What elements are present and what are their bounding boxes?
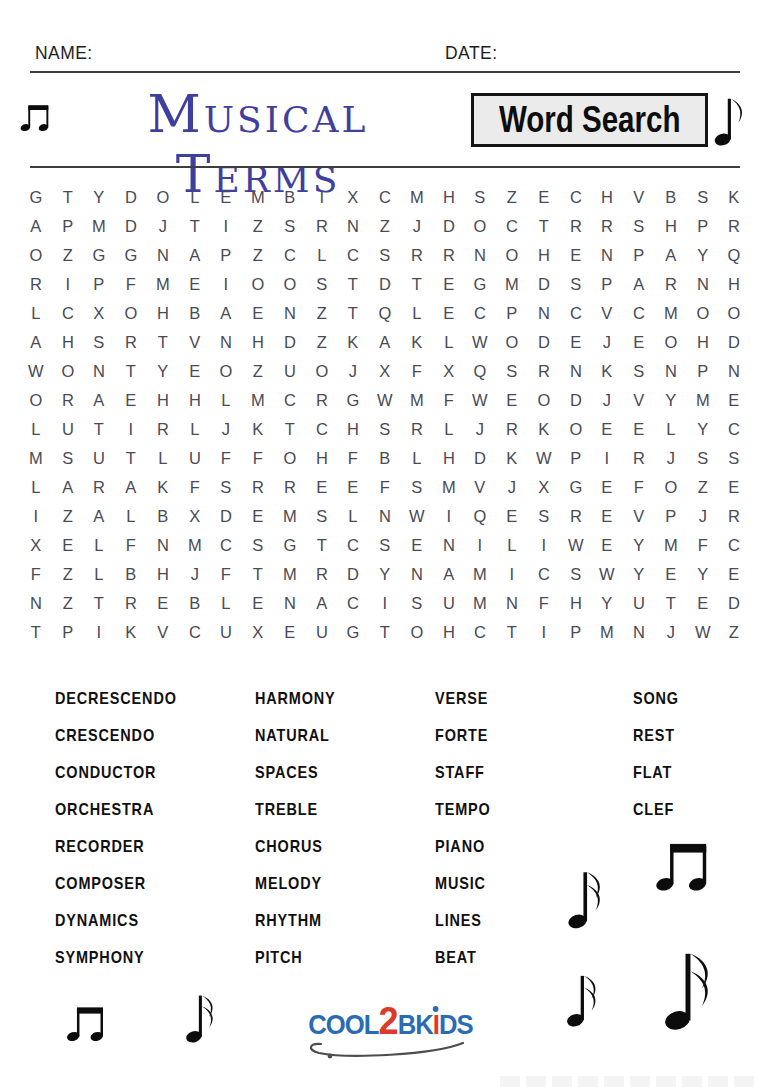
grid-cell-r5c21[interactable]: M: [655, 299, 686, 328]
grid-cell-r7c15[interactable]: Q: [465, 357, 496, 386]
grid-cell-r12c21[interactable]: P: [655, 503, 686, 532]
grid-cell-r5c3[interactable]: X: [84, 299, 115, 328]
grid-cell-r16c3[interactable]: I: [84, 619, 115, 648]
grid-cell-r8c18[interactable]: D: [560, 386, 591, 415]
grid-cell-r10c14[interactable]: H: [433, 445, 464, 474]
grid-cell-r7c11[interactable]: J: [338, 357, 369, 386]
grid-cell-r7c7[interactable]: O: [211, 357, 242, 386]
grid-cell-r4c10[interactable]: S: [306, 270, 337, 299]
grid-cell-r8c2[interactable]: R: [52, 386, 83, 415]
grid-cell-r9c18[interactable]: O: [560, 416, 591, 445]
grid-cell-r6c12[interactable]: A: [370, 328, 401, 357]
grid-cell-r12c14[interactable]: I: [433, 503, 464, 532]
grid-cell-r8c14[interactable]: F: [433, 386, 464, 415]
grid-cell-r3c18[interactable]: E: [560, 241, 591, 270]
grid-cell-r2c11[interactable]: N: [338, 212, 369, 241]
grid-cell-r14c9[interactable]: M: [274, 561, 305, 590]
grid-cell-r5c13[interactable]: L: [401, 299, 432, 328]
grid-cell-r5c5[interactable]: H: [147, 299, 178, 328]
grid-cell-r3c2[interactable]: Z: [52, 241, 83, 270]
grid-cell-r7c10[interactable]: O: [306, 357, 337, 386]
grid-cell-r6c2[interactable]: H: [52, 328, 83, 357]
grid-cell-r3c21[interactable]: A: [655, 241, 686, 270]
grid-cell-r3c20[interactable]: P: [624, 241, 655, 270]
grid-cell-r16c20[interactable]: N: [624, 619, 655, 648]
grid-cell-r4c2[interactable]: I: [52, 270, 83, 299]
grid-cell-r13c12[interactable]: S: [370, 532, 401, 561]
grid-cell-r16c8[interactable]: X: [243, 619, 274, 648]
grid-cell-r12c15[interactable]: Q: [465, 503, 496, 532]
grid-cell-r14c5[interactable]: H: [147, 561, 178, 590]
grid-cell-r13c19[interactable]: E: [592, 532, 623, 561]
grid-cell-r2c13[interactable]: J: [401, 212, 432, 241]
grid-cell-r6c15[interactable]: W: [465, 328, 496, 357]
grid-cell-r11c18[interactable]: G: [560, 474, 591, 503]
grid-cell-r9c11[interactable]: H: [338, 416, 369, 445]
grid-cell-r9c14[interactable]: L: [433, 416, 464, 445]
grid-cell-r11c1[interactable]: L: [20, 474, 51, 503]
grid-cell-r11c17[interactable]: X: [528, 474, 559, 503]
grid-cell-r12c1[interactable]: I: [20, 503, 51, 532]
grid-cell-r15c23[interactable]: D: [719, 590, 750, 619]
grid-cell-r14c23[interactable]: E: [719, 561, 750, 590]
grid-cell-r4c14[interactable]: E: [433, 270, 464, 299]
grid-cell-r16c17[interactable]: I: [528, 619, 559, 648]
grid-cell-r16c2[interactable]: P: [52, 619, 83, 648]
grid-cell-r13c5[interactable]: N: [147, 532, 178, 561]
grid-cell-r15c7[interactable]: L: [211, 590, 242, 619]
grid-cell-r9c23[interactable]: C: [719, 416, 750, 445]
grid-cell-r6c19[interactable]: J: [592, 328, 623, 357]
grid-cell-r16c22[interactable]: W: [687, 619, 718, 648]
grid-cell-r2c16[interactable]: C: [497, 212, 528, 241]
grid-cell-r14c11[interactable]: D: [338, 561, 369, 590]
grid-cell-r11c6[interactable]: F: [179, 474, 210, 503]
grid-cell-r2c4[interactable]: D: [116, 212, 147, 241]
grid-cell-r2c3[interactable]: M: [84, 212, 115, 241]
grid-cell-r5c8[interactable]: E: [243, 299, 274, 328]
grid-cell-r12c13[interactable]: W: [401, 503, 432, 532]
grid-cell-r7c8[interactable]: Z: [243, 357, 274, 386]
grid-cell-r6c11[interactable]: K: [338, 328, 369, 357]
grid-cell-r10c17[interactable]: W: [528, 445, 559, 474]
grid-cell-r6c22[interactable]: H: [687, 328, 718, 357]
grid-cell-r7c21[interactable]: N: [655, 357, 686, 386]
grid-cell-r12c11[interactable]: L: [338, 503, 369, 532]
grid-cell-r15c4[interactable]: R: [116, 590, 147, 619]
grid-cell-r16c15[interactable]: C: [465, 619, 496, 648]
grid-cell-r1c16[interactable]: Z: [497, 183, 528, 212]
grid-cell-r8c23[interactable]: E: [719, 386, 750, 415]
grid-cell-r8c22[interactable]: M: [687, 386, 718, 415]
grid-cell-r9c22[interactable]: Y: [687, 416, 718, 445]
grid-cell-r10c23[interactable]: S: [719, 445, 750, 474]
grid-cell-r3c6[interactable]: A: [179, 241, 210, 270]
grid-cell-r1c7[interactable]: E: [211, 183, 242, 212]
grid-cell-r14c18[interactable]: S: [560, 561, 591, 590]
grid-cell-r13c13[interactable]: E: [401, 532, 432, 561]
grid-cell-r10c16[interactable]: K: [497, 445, 528, 474]
grid-cell-r13c18[interactable]: W: [560, 532, 591, 561]
grid-cell-r8c3[interactable]: A: [84, 386, 115, 415]
grid-cell-r5c11[interactable]: T: [338, 299, 369, 328]
grid-cell-r9c4[interactable]: I: [116, 416, 147, 445]
grid-cell-r1c3[interactable]: Y: [84, 183, 115, 212]
grid-cell-r12c3[interactable]: A: [84, 503, 115, 532]
grid-cell-r7c14[interactable]: X: [433, 357, 464, 386]
grid-cell-r4c23[interactable]: H: [719, 270, 750, 299]
grid-cell-r2c6[interactable]: T: [179, 212, 210, 241]
grid-cell-r8c19[interactable]: J: [592, 386, 623, 415]
grid-cell-r6c16[interactable]: O: [497, 328, 528, 357]
grid-cell-r4c16[interactable]: M: [497, 270, 528, 299]
grid-cell-r2c7[interactable]: I: [211, 212, 242, 241]
grid-cell-r1c13[interactable]: M: [401, 183, 432, 212]
grid-cell-r6c7[interactable]: N: [211, 328, 242, 357]
grid-cell-r7c16[interactable]: S: [497, 357, 528, 386]
grid-cell-r7c2[interactable]: O: [52, 357, 83, 386]
grid-cell-r3c1[interactable]: O: [20, 241, 51, 270]
grid-cell-r3c7[interactable]: P: [211, 241, 242, 270]
grid-cell-r10c12[interactable]: B: [370, 445, 401, 474]
grid-cell-r5c20[interactable]: C: [624, 299, 655, 328]
grid-cell-r6c17[interactable]: D: [528, 328, 559, 357]
grid-cell-r13c11[interactable]: C: [338, 532, 369, 561]
grid-cell-r6c23[interactable]: D: [719, 328, 750, 357]
grid-cell-r7c22[interactable]: P: [687, 357, 718, 386]
grid-cell-r14c19[interactable]: W: [592, 561, 623, 590]
grid-cell-r2c9[interactable]: S: [274, 212, 305, 241]
grid-cell-r8c5[interactable]: H: [147, 386, 178, 415]
grid-cell-r16c7[interactable]: U: [211, 619, 242, 648]
grid-cell-r12c22[interactable]: J: [687, 503, 718, 532]
grid-cell-r4c13[interactable]: T: [401, 270, 432, 299]
grid-cell-r6c14[interactable]: L: [433, 328, 464, 357]
grid-cell-r4c7[interactable]: I: [211, 270, 242, 299]
grid-cell-r11c19[interactable]: E: [592, 474, 623, 503]
grid-cell-r7c9[interactable]: U: [274, 357, 305, 386]
grid-cell-r9c6[interactable]: L: [179, 416, 210, 445]
grid-cell-r16c13[interactable]: O: [401, 619, 432, 648]
grid-cell-r3c8[interactable]: Z: [243, 241, 274, 270]
grid-cell-r15c12[interactable]: I: [370, 590, 401, 619]
grid-cell-r3c19[interactable]: N: [592, 241, 623, 270]
grid-cell-r10c11[interactable]: F: [338, 445, 369, 474]
grid-cell-r9c10[interactable]: C: [306, 416, 337, 445]
grid-cell-r4c20[interactable]: A: [624, 270, 655, 299]
grid-cell-r10c20[interactable]: R: [624, 445, 655, 474]
grid-cell-r7c4[interactable]: T: [116, 357, 147, 386]
grid-cell-r3c17[interactable]: H: [528, 241, 559, 270]
grid-cell-r4c5[interactable]: M: [147, 270, 178, 299]
grid-cell-r12c16[interactable]: E: [497, 503, 528, 532]
grid-cell-r6c5[interactable]: T: [147, 328, 178, 357]
grid-cell-r6c10[interactable]: Z: [306, 328, 337, 357]
grid-cell-r12c6[interactable]: X: [179, 503, 210, 532]
grid-cell-r10c22[interactable]: S: [687, 445, 718, 474]
grid-cell-r11c3[interactable]: R: [84, 474, 115, 503]
grid-cell-r1c15[interactable]: S: [465, 183, 496, 212]
grid-cell-r4c8[interactable]: O: [243, 270, 274, 299]
grid-cell-r11c2[interactable]: A: [52, 474, 83, 503]
grid-cell-r3c15[interactable]: N: [465, 241, 496, 270]
grid-cell-r9c9[interactable]: T: [274, 416, 305, 445]
grid-cell-r1c2[interactable]: T: [52, 183, 83, 212]
grid-cell-r2c14[interactable]: D: [433, 212, 464, 241]
grid-cell-r8c12[interactable]: W: [370, 386, 401, 415]
grid-cell-r14c12[interactable]: Y: [370, 561, 401, 590]
grid-cell-r14c14[interactable]: A: [433, 561, 464, 590]
grid-cell-r5c2[interactable]: C: [52, 299, 83, 328]
grid-cell-r6c1[interactable]: A: [20, 328, 51, 357]
grid-cell-r4c6[interactable]: E: [179, 270, 210, 299]
grid-cell-r11c13[interactable]: S: [401, 474, 432, 503]
grid-cell-r7c6[interactable]: E: [179, 357, 210, 386]
grid-cell-r11c23[interactable]: E: [719, 474, 750, 503]
grid-cell-r16c19[interactable]: M: [592, 619, 623, 648]
grid-cell-r16c21[interactable]: J: [655, 619, 686, 648]
grid-cell-r16c4[interactable]: K: [116, 619, 147, 648]
grid-cell-r7c3[interactable]: N: [84, 357, 115, 386]
grid-cell-r16c14[interactable]: H: [433, 619, 464, 648]
grid-cell-r10c13[interactable]: L: [401, 445, 432, 474]
grid-cell-r4c15[interactable]: G: [465, 270, 496, 299]
grid-cell-r1c19[interactable]: H: [592, 183, 623, 212]
grid-cell-r16c16[interactable]: T: [497, 619, 528, 648]
grid-cell-r4c3[interactable]: P: [84, 270, 115, 299]
grid-cell-r15c21[interactable]: T: [655, 590, 686, 619]
grid-cell-r1c4[interactable]: D: [116, 183, 147, 212]
grid-cell-r12c19[interactable]: E: [592, 503, 623, 532]
grid-cell-r15c2[interactable]: Z: [52, 590, 83, 619]
grid-cell-r16c18[interactable]: P: [560, 619, 591, 648]
grid-cell-r12c10[interactable]: S: [306, 503, 337, 532]
grid-cell-r13c1[interactable]: X: [20, 532, 51, 561]
grid-cell-r13c10[interactable]: T: [306, 532, 337, 561]
grid-cell-r13c2[interactable]: E: [52, 532, 83, 561]
grid-cell-r2c5[interactable]: J: [147, 212, 178, 241]
grid-cell-r9c13[interactable]: R: [401, 416, 432, 445]
grid-cell-r1c14[interactable]: H: [433, 183, 464, 212]
grid-cell-r12c23[interactable]: R: [719, 503, 750, 532]
grid-cell-r3c22[interactable]: Y: [687, 241, 718, 270]
grid-cell-r1c23[interactable]: K: [719, 183, 750, 212]
grid-cell-r13c23[interactable]: C: [719, 532, 750, 561]
grid-cell-r2c15[interactable]: O: [465, 212, 496, 241]
grid-cell-r10c21[interactable]: J: [655, 445, 686, 474]
grid-cell-r4c21[interactable]: R: [655, 270, 686, 299]
grid-cell-r14c8[interactable]: T: [243, 561, 274, 590]
grid-cell-r4c18[interactable]: S: [560, 270, 591, 299]
grid-cell-r12c9[interactable]: M: [274, 503, 305, 532]
grid-cell-r1c18[interactable]: C: [560, 183, 591, 212]
grid-cell-r6c21[interactable]: O: [655, 328, 686, 357]
grid-cell-r3c14[interactable]: R: [433, 241, 464, 270]
grid-cell-r11c8[interactable]: R: [243, 474, 274, 503]
grid-cell-r7c20[interactable]: S: [624, 357, 655, 386]
grid-cell-r1c21[interactable]: B: [655, 183, 686, 212]
grid-cell-r16c12[interactable]: T: [370, 619, 401, 648]
grid-cell-r1c9[interactable]: B: [274, 183, 305, 212]
grid-cell-r15c17[interactable]: F: [528, 590, 559, 619]
grid-cell-r16c23[interactable]: Z: [719, 619, 750, 648]
grid-cell-r10c19[interactable]: I: [592, 445, 623, 474]
grid-cell-r9c1[interactable]: L: [20, 416, 51, 445]
grid-cell-r8c9[interactable]: C: [274, 386, 305, 415]
grid-cell-r16c1[interactable]: T: [20, 619, 51, 648]
grid-cell-r9c8[interactable]: K: [243, 416, 274, 445]
grid-cell-r10c3[interactable]: U: [84, 445, 115, 474]
grid-cell-r2c19[interactable]: R: [592, 212, 623, 241]
grid-cell-r4c22[interactable]: N: [687, 270, 718, 299]
grid-cell-r12c20[interactable]: V: [624, 503, 655, 532]
grid-cell-r15c5[interactable]: E: [147, 590, 178, 619]
grid-cell-r11c15[interactable]: V: [465, 474, 496, 503]
grid-cell-r15c14[interactable]: U: [433, 590, 464, 619]
grid-cell-r15c8[interactable]: E: [243, 590, 274, 619]
grid-cell-r15c16[interactable]: N: [497, 590, 528, 619]
grid-cell-r10c6[interactable]: U: [179, 445, 210, 474]
grid-cell-r6c4[interactable]: R: [116, 328, 147, 357]
grid-cell-r14c10[interactable]: R: [306, 561, 337, 590]
grid-cell-r15c10[interactable]: A: [306, 590, 337, 619]
grid-cell-r13c20[interactable]: Y: [624, 532, 655, 561]
grid-cell-r15c19[interactable]: Y: [592, 590, 623, 619]
grid-cell-r7c13[interactable]: F: [401, 357, 432, 386]
grid-cell-r9c17[interactable]: K: [528, 416, 559, 445]
grid-cell-r8c1[interactable]: O: [20, 386, 51, 415]
grid-cell-r6c9[interactable]: D: [274, 328, 305, 357]
grid-cell-r13c16[interactable]: L: [497, 532, 528, 561]
grid-cell-r2c2[interactable]: P: [52, 212, 83, 241]
grid-cell-r6c8[interactable]: H: [243, 328, 274, 357]
grid-cell-r13c6[interactable]: M: [179, 532, 210, 561]
grid-cell-r8c15[interactable]: W: [465, 386, 496, 415]
grid-cell-r7c23[interactable]: N: [719, 357, 750, 386]
grid-cell-r13c9[interactable]: G: [274, 532, 305, 561]
grid-cell-r5c9[interactable]: N: [274, 299, 305, 328]
grid-cell-r4c1[interactable]: R: [20, 270, 51, 299]
grid-cell-r12c12[interactable]: N: [370, 503, 401, 532]
grid-cell-r16c10[interactable]: U: [306, 619, 337, 648]
grid-cell-r5c15[interactable]: C: [465, 299, 496, 328]
grid-cell-r11c11[interactable]: E: [338, 474, 369, 503]
grid-cell-r15c13[interactable]: S: [401, 590, 432, 619]
grid-cell-r2c18[interactable]: R: [560, 212, 591, 241]
grid-cell-r11c20[interactable]: F: [624, 474, 655, 503]
grid-cell-r5c12[interactable]: Q: [370, 299, 401, 328]
grid-cell-r1c11[interactable]: X: [338, 183, 369, 212]
grid-cell-r8c21[interactable]: Y: [655, 386, 686, 415]
grid-cell-r14c6[interactable]: J: [179, 561, 210, 590]
grid-cell-r8c4[interactable]: E: [116, 386, 147, 415]
grid-cell-r14c1[interactable]: F: [20, 561, 51, 590]
grid-cell-r10c2[interactable]: S: [52, 445, 83, 474]
grid-cell-r4c12[interactable]: D: [370, 270, 401, 299]
grid-cell-r3c9[interactable]: C: [274, 241, 305, 270]
grid-cell-r9c7[interactable]: J: [211, 416, 242, 445]
grid-cell-r1c10[interactable]: I: [306, 183, 337, 212]
grid-cell-r7c19[interactable]: K: [592, 357, 623, 386]
grid-cell-r10c7[interactable]: F: [211, 445, 242, 474]
grid-cell-r2c10[interactable]: R: [306, 212, 337, 241]
grid-cell-r5c7[interactable]: A: [211, 299, 242, 328]
grid-cell-r8c7[interactable]: L: [211, 386, 242, 415]
grid-cell-r5c14[interactable]: E: [433, 299, 464, 328]
grid-cell-r12c7[interactable]: D: [211, 503, 242, 532]
grid-cell-r8c10[interactable]: R: [306, 386, 337, 415]
grid-cell-r6c13[interactable]: K: [401, 328, 432, 357]
grid-cell-r7c1[interactable]: W: [20, 357, 51, 386]
grid-cell-r13c7[interactable]: C: [211, 532, 242, 561]
grid-cell-r10c1[interactable]: M: [20, 445, 51, 474]
grid-cell-r9c16[interactable]: R: [497, 416, 528, 445]
grid-cell-r2c22[interactable]: P: [687, 212, 718, 241]
grid-cell-r15c3[interactable]: T: [84, 590, 115, 619]
grid-cell-r9c3[interactable]: T: [84, 416, 115, 445]
grid-cell-r9c19[interactable]: E: [592, 416, 623, 445]
grid-cell-r3c3[interactable]: G: [84, 241, 115, 270]
grid-cell-r3c12[interactable]: S: [370, 241, 401, 270]
grid-cell-r8c11[interactable]: G: [338, 386, 369, 415]
grid-cell-r5c23[interactable]: O: [719, 299, 750, 328]
grid-cell-r2c20[interactable]: S: [624, 212, 655, 241]
grid-cell-r12c18[interactable]: R: [560, 503, 591, 532]
grid-cell-r5c22[interactable]: O: [687, 299, 718, 328]
grid-cell-r12c4[interactable]: L: [116, 503, 147, 532]
grid-cell-r11c16[interactable]: J: [497, 474, 528, 503]
grid-cell-r10c9[interactable]: O: [274, 445, 305, 474]
grid-cell-r14c17[interactable]: C: [528, 561, 559, 590]
grid-cell-r9c2[interactable]: U: [52, 416, 83, 445]
grid-cell-r14c20[interactable]: Y: [624, 561, 655, 590]
grid-cell-r11c9[interactable]: R: [274, 474, 305, 503]
grid-cell-r3c13[interactable]: R: [401, 241, 432, 270]
grid-cell-r1c1[interactable]: G: [20, 183, 51, 212]
grid-cell-r14c22[interactable]: Y: [687, 561, 718, 590]
grid-cell-r5c16[interactable]: P: [497, 299, 528, 328]
grid-cell-r4c9[interactable]: O: [274, 270, 305, 299]
grid-cell-r3c16[interactable]: O: [497, 241, 528, 270]
grid-cell-r2c12[interactable]: Z: [370, 212, 401, 241]
grid-cell-r8c20[interactable]: V: [624, 386, 655, 415]
grid-cell-r14c4[interactable]: B: [116, 561, 147, 590]
grid-cell-r13c3[interactable]: L: [84, 532, 115, 561]
grid-cell-r10c10[interactable]: H: [306, 445, 337, 474]
grid-cell-r7c18[interactable]: N: [560, 357, 591, 386]
grid-cell-r2c23[interactable]: R: [719, 212, 750, 241]
grid-cell-r13c15[interactable]: I: [465, 532, 496, 561]
grid-cell-r1c22[interactable]: S: [687, 183, 718, 212]
grid-cell-r13c22[interactable]: F: [687, 532, 718, 561]
grid-cell-r5c1[interactable]: L: [20, 299, 51, 328]
grid-cell-r7c17[interactable]: R: [528, 357, 559, 386]
grid-cell-r5c10[interactable]: Z: [306, 299, 337, 328]
grid-cell-r4c4[interactable]: F: [116, 270, 147, 299]
grid-cell-r7c12[interactable]: X: [370, 357, 401, 386]
grid-cell-r2c1[interactable]: A: [20, 212, 51, 241]
grid-cell-r15c22[interactable]: E: [687, 590, 718, 619]
grid-cell-r13c14[interactable]: N: [433, 532, 464, 561]
grid-cell-r13c21[interactable]: M: [655, 532, 686, 561]
grid-cell-r4c17[interactable]: D: [528, 270, 559, 299]
grid-cell-r4c11[interactable]: T: [338, 270, 369, 299]
grid-cell-r11c21[interactable]: O: [655, 474, 686, 503]
grid-cell-r13c8[interactable]: S: [243, 532, 274, 561]
grid-cell-r4c19[interactable]: P: [592, 270, 623, 299]
grid-cell-r13c4[interactable]: F: [116, 532, 147, 561]
grid-cell-r15c6[interactable]: B: [179, 590, 210, 619]
